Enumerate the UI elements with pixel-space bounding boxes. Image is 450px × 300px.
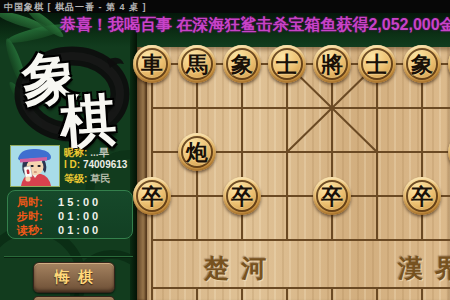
piece-character: 將 [321, 53, 343, 75]
xiangqi-piece-將[interactable]: 將 [313, 45, 351, 83]
window-title: 中国象棋 [ 棋品一番 - 第 4 桌 ] [4, 1, 147, 14]
byoyomi-value: 01:00 [58, 224, 101, 236]
xiangqi-piece-卒[interactable]: 卒 [133, 177, 171, 215]
title-bar: 中国象棋 [ 棋品一番 - 第 4 桌 ] [0, 0, 450, 13]
logo-char-qi: 棋 [58, 90, 118, 150]
piece-character: 士 [366, 53, 388, 75]
xiangqi-piece-士[interactable]: 士 [268, 45, 306, 83]
move-time-label: 步时: [17, 209, 55, 224]
xiangqi-app-window: 中国象棋 [ 棋品一番 - 第 4 桌 ] 恭喜！我喝百事 在深海狂鲨击杀宝箱鱼… [0, 0, 450, 300]
piece-character: 卒 [411, 185, 433, 207]
xiangqi-piece-象[interactable]: 象 [403, 45, 441, 83]
nickname-value: ...旱 [90, 147, 108, 158]
xiangqi-piece-士[interactable]: 士 [358, 45, 396, 83]
id-value: 74009613 [83, 159, 128, 170]
piece-character: 卒 [321, 185, 343, 207]
piece-character: 車 [141, 53, 163, 75]
byoyomi-label: 读秒: [17, 223, 55, 238]
game-time-label: 局时: [17, 195, 55, 210]
xiangqi-piece-象[interactable]: 象 [223, 45, 261, 83]
piece-character: 卒 [141, 185, 163, 207]
piece-character: 士 [276, 53, 298, 75]
piece-character: 卒 [231, 185, 253, 207]
byoyomi-row: 读秒: 01:00 [17, 223, 132, 237]
piece-character: 馬 [186, 53, 208, 75]
sidebar-divider [4, 256, 133, 257]
xiangqi-piece-卒[interactable]: 卒 [403, 177, 441, 215]
board-wooden-edge [137, 47, 147, 300]
player-id-row: I D: 74009613 [64, 159, 127, 172]
next-button-partial[interactable] [33, 296, 115, 300]
xiangqi-piece-卒[interactable]: 卒 [313, 177, 351, 215]
piece-character: 象 [411, 53, 433, 75]
nickname-label: 昵称: [64, 147, 87, 158]
rank-value: 草民 [90, 173, 110, 184]
xiangqi-piece-炮[interactable]: 炮 [178, 133, 216, 171]
piece-character: 炮 [186, 141, 208, 163]
undo-move-button[interactable]: 悔棋 [33, 262, 115, 293]
player-rank-row: 等级: 草民 [64, 172, 127, 185]
player-info: 昵称: ...旱 I D: 74009613 等级: 草民 [64, 146, 127, 185]
river-label-chu-he: 楚河 [181, 252, 301, 285]
game-time-row: 局时: 15:00 [17, 195, 132, 209]
xiangqi-logo: 象 棋 [8, 42, 136, 148]
avatar-illustration [11, 146, 59, 186]
announcement-message: 恭喜！我喝百事 在深海狂鲨击杀宝箱鱼获得2,052,000金 [60, 15, 450, 36]
river-label-han-jie: 漢界 [375, 252, 450, 285]
xiangqi-board[interactable]: 楚河 漢界 [147, 47, 450, 300]
xiangqi-piece-卒[interactable]: 卒 [223, 177, 261, 215]
move-time-value: 01:00 [58, 210, 101, 222]
xiangqi-piece-馬[interactable]: 馬 [178, 45, 216, 83]
game-time-value: 15:00 [58, 196, 101, 208]
id-label: I D: [64, 159, 80, 170]
xiangqi-piece-車[interactable]: 車 [133, 45, 171, 83]
move-time-row: 步时: 01:00 [17, 209, 132, 223]
player-avatar [10, 145, 60, 187]
undo-button-label: 悔棋 [47, 268, 101, 287]
piece-character: 象 [231, 53, 253, 75]
player-nickname-row: 昵称: ...旱 [64, 146, 127, 159]
timer-panel: 局时: 15:00 步时: 01:00 读秒: 01:00 [7, 190, 133, 239]
rank-label: 等级: [64, 173, 87, 184]
